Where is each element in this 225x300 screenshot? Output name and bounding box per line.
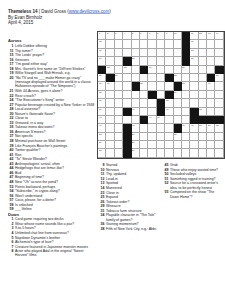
grid-cell [199, 133, 207, 141]
cell-number: 26 [99, 74, 102, 76]
grid-cell: 40 [132, 108, 140, 116]
title-close-paren: ) [109, 9, 111, 14]
grid-cell: 14 [215, 32, 223, 40]
grid-cell [174, 116, 182, 124]
grid-cell [157, 149, 165, 157]
grid-cell [215, 82, 223, 90]
clue-item: 8Actor who played Adal in the original "… [8, 249, 96, 258]
across-clue-column: Across 1Little Debbie offering11Thy tame… [8, 37, 96, 297]
grid-cell [199, 49, 207, 57]
cell-number: 28 [174, 74, 177, 76]
clue-item: 20"No TV and no ___ make Homer go crazy"… [8, 76, 96, 89]
cell-number: 29 [216, 74, 219, 76]
grid-cell [157, 91, 165, 99]
cell-number: 14 [216, 32, 219, 34]
grid-cell [115, 99, 123, 107]
grid-cell [207, 108, 215, 116]
grid-cell [207, 91, 215, 99]
grid-cell: 27 [115, 74, 123, 82]
clue-text: Playable character in "The Tale" family … [106, 213, 159, 222]
grid-cell [182, 99, 190, 107]
cell-number: 7 [149, 32, 150, 34]
grid-cell [199, 57, 207, 65]
grid-cell [106, 40, 114, 48]
down-header: Down [8, 212, 96, 216]
grid-cell: 59 [132, 149, 140, 157]
grid-cell: 33 [182, 82, 190, 90]
clue-text: "No TV and no ___ make Homer go crazy" (… [15, 76, 96, 89]
grid-cell: 23 [123, 66, 131, 74]
cell-number: 56 [99, 141, 102, 143]
grid-cell [174, 66, 182, 74]
cell-number: 2 [107, 32, 108, 34]
grid-cell [207, 99, 215, 107]
grid-cell [148, 108, 156, 116]
grid-cell [174, 49, 182, 57]
black-cell [123, 108, 131, 116]
down-clue-column-right: 45Grab49Those who enjoy wasted time?50Se… [163, 163, 223, 297]
crossword-grid: 1234567891011121314151617181920212223242… [97, 31, 225, 159]
grid-cell [106, 141, 114, 149]
grid-cell [115, 149, 123, 157]
clue-text: Source for a crossword writer's idea, to… [170, 181, 223, 190]
grid-cell: 48 [182, 124, 190, 132]
grid-cell [165, 149, 173, 157]
grid-cell [115, 82, 123, 90]
black-cell [165, 74, 173, 82]
down-clue-column-middle: 9Started10Nervous11Thy, updated12Lead-in… [99, 163, 159, 297]
cell-number: 55 [174, 133, 177, 135]
cell-number: 44 [149, 116, 152, 118]
grid-cell [148, 82, 156, 90]
black-cell [182, 40, 190, 48]
cell-number: 53 [99, 133, 102, 135]
grid-cell [157, 57, 165, 65]
grid-cell [140, 149, 148, 157]
grid-cell [132, 49, 140, 57]
grid-cell: 35 [98, 91, 106, 99]
cell-number: 15 [99, 40, 102, 42]
grid-cell [190, 91, 198, 99]
grid-cell [199, 66, 207, 74]
grid-cell [123, 40, 131, 48]
grid-cell [123, 74, 131, 82]
grid-cell: 50 [199, 124, 207, 132]
clue-number: 34 [99, 213, 106, 222]
grid-cell [199, 74, 207, 82]
black-cell [182, 32, 190, 40]
cell-number: 48 [182, 124, 185, 126]
cell-number: 13 [208, 32, 211, 34]
clue-number: 20 [8, 76, 15, 89]
grid-cell [157, 49, 165, 57]
cell-number: 12 [199, 32, 202, 34]
grid-cell: 6 [140, 32, 148, 40]
grid-cell [123, 91, 131, 99]
grid-cell [148, 99, 156, 107]
grid-cell [199, 91, 207, 99]
grid-cell [115, 57, 123, 65]
grid-cell [174, 149, 182, 157]
black-cell [165, 91, 173, 99]
cell-number: 57 [132, 141, 135, 143]
cell-number: 58 [99, 149, 102, 151]
grid-cell [157, 66, 165, 74]
clue-number: 8 [8, 249, 15, 258]
grid-cell [190, 141, 198, 149]
grid-cell: 4 [123, 32, 131, 40]
grid-cell: 34 [207, 82, 215, 90]
clue-text: Competed on the show "The Dawn Home"? [170, 190, 223, 199]
clue-number: 59 [8, 207, 15, 211]
crossword-page: Themeless 14 | David Gross (www.devilcro… [0, 0, 225, 300]
grid-cell [148, 141, 156, 149]
grid-cell [199, 82, 207, 90]
grid-cell: 54 [132, 133, 140, 141]
grid-cell [148, 40, 156, 48]
devilcross-link[interactable]: www.devilcross.com [69, 9, 110, 14]
grid-cell [140, 99, 148, 107]
grid-cell [123, 82, 131, 90]
down-list-start: 1Card game requiring two decks2Wear whos… [8, 217, 96, 257]
grid-cell [190, 66, 198, 74]
grid-cell: 52 [215, 124, 223, 132]
black-cell [140, 116, 148, 124]
cell-number: 33 [182, 82, 185, 84]
black-cell [123, 124, 131, 132]
grid-cell [207, 57, 215, 65]
grid-cell: 41 [165, 108, 173, 116]
grid-cell [148, 74, 156, 82]
grid-cell [165, 49, 173, 57]
grid-cell: 58 [98, 149, 106, 157]
grid-cell [115, 91, 123, 99]
grid-cell [140, 141, 148, 149]
grid-cell [215, 108, 223, 116]
grid-cell [115, 66, 123, 74]
cell-number: 37 [99, 99, 102, 101]
black-cell [174, 124, 182, 132]
grid-cell [182, 108, 190, 116]
cell-number: 50 [199, 124, 202, 126]
grid-cell [165, 40, 173, 48]
clue-item: 34Playable character in "The Tale" famil… [99, 213, 159, 222]
cell-number: 16 [191, 40, 194, 42]
grid-cell [207, 141, 215, 149]
black-cell [157, 108, 165, 116]
cell-number: 9 [166, 32, 167, 34]
grid-cell [106, 124, 114, 132]
grid-cell [106, 116, 114, 124]
grid-cell [199, 40, 207, 48]
clue-number: 52 [163, 181, 170, 190]
grid-cell: 10 [174, 32, 182, 40]
grid-cell [106, 149, 114, 157]
grid-cell [106, 99, 114, 107]
grid-cell [140, 40, 148, 48]
black-cell [182, 57, 190, 65]
cell-number: 19 [99, 57, 102, 59]
grid-cell [190, 99, 198, 107]
grid-cell [165, 66, 173, 74]
cell-number: 39 [99, 108, 102, 110]
cell-number: 4 [124, 32, 125, 34]
grid-cell: 7 [148, 32, 156, 40]
black-cell [148, 91, 156, 99]
grid-cell [115, 49, 123, 57]
grid-cell: 16 [190, 40, 198, 48]
grid-cell: 46 [98, 124, 106, 132]
black-cell [123, 141, 131, 149]
grid-cell: 49 [190, 124, 198, 132]
cell-number: 43 [99, 116, 102, 118]
cell-number: 51 [208, 124, 211, 126]
grid-cell: 45 [157, 116, 165, 124]
grid-cell: 13 [207, 32, 215, 40]
cell-number: 38 [166, 99, 169, 101]
cell-number: 8 [157, 32, 158, 34]
cell-number: 59 [132, 149, 135, 151]
cell-number: 45 [157, 116, 160, 118]
grid-cell [174, 40, 182, 48]
grid-cell [207, 66, 215, 74]
down-list-end: 45Grab49Those who enjoy wasted time?50Se… [163, 163, 223, 199]
grid-cell [140, 49, 148, 57]
grid-cell [215, 91, 223, 99]
cell-number: 49 [191, 124, 194, 126]
grid-cell [207, 133, 215, 141]
grid-cell [215, 57, 223, 65]
grid-cell: 21 [190, 57, 198, 65]
black-cell [132, 82, 140, 90]
grid-cell: 55 [174, 133, 182, 141]
cell-number: 6 [140, 32, 141, 34]
black-cell [182, 49, 190, 57]
cell-number: 18 [191, 49, 194, 51]
cell-number: 36 [174, 91, 177, 93]
grid-cell [132, 74, 140, 82]
black-cell [157, 99, 165, 107]
grid-cell: 25 [182, 66, 190, 74]
grid-cell [215, 133, 223, 141]
clue-text: Fifth of New York City, e.g.: Abbr. [106, 226, 159, 230]
cell-number: 17 [99, 49, 102, 51]
grid-cell: 53 [98, 133, 106, 141]
grid-cell [148, 49, 156, 57]
grid-cell: 47 [132, 124, 140, 132]
grid-cell [115, 116, 123, 124]
black-cell [123, 133, 131, 141]
grid-cell: 37 [98, 99, 106, 107]
grid-cell [132, 40, 140, 48]
grid-cell [106, 91, 114, 99]
cell-number: 46 [99, 124, 102, 126]
grid-cell [106, 57, 114, 65]
clue-text: ___ lifeline [15, 207, 96, 211]
grid-cell [140, 57, 148, 65]
grid-cell [199, 149, 207, 157]
grid-cell [207, 49, 215, 57]
grid-cell [207, 149, 215, 157]
grid-cell [165, 116, 173, 124]
grid-cell [182, 91, 190, 99]
grid-cell: 39 [98, 108, 106, 116]
grid-cell [157, 133, 165, 141]
grid-cell: 44 [148, 116, 156, 124]
black-cell [190, 108, 198, 116]
black-cell [123, 149, 131, 157]
cell-number: 35 [99, 91, 102, 93]
cell-number: 11 [191, 32, 193, 34]
grid-cell: 5 [132, 32, 140, 40]
cell-number: 30 [99, 82, 102, 84]
grid-cell: 19 [98, 57, 106, 65]
grid-cell [115, 124, 123, 132]
grid-cell [115, 40, 123, 48]
grid-cell: 32 [140, 82, 148, 90]
grid-cell [123, 116, 131, 124]
grid-cell [190, 82, 198, 90]
grid-cell: 42 [199, 108, 207, 116]
grid-cell [115, 108, 123, 116]
grid-cell: 3 [115, 32, 123, 40]
across-list: 1Little Debbie offering11Thy tamer?15The… [8, 44, 96, 211]
grid-cell [199, 141, 207, 149]
grid-cell [190, 149, 198, 157]
grid-cell [174, 108, 182, 116]
grid-cell [182, 133, 190, 141]
grid-cell [174, 57, 182, 65]
grid-cell: 20 [132, 57, 140, 65]
cell-number: 42 [199, 108, 202, 110]
black-cell [174, 82, 182, 90]
grid-cell [157, 141, 165, 149]
grid-cell [157, 40, 165, 48]
cell-number: 1 [99, 32, 100, 34]
clue-item: 55Competed on the show "The Dawn Home"? [163, 190, 223, 199]
clue-text: Actor who played Adal in the original "S… [15, 249, 96, 258]
grid-cell [190, 133, 198, 141]
grid-cell [115, 133, 123, 141]
grid-cell [174, 141, 182, 149]
grid-cell: 12 [199, 32, 207, 40]
cell-number: 21 [191, 57, 194, 59]
cell-number: 10 [174, 32, 177, 34]
grid-cell [157, 124, 165, 132]
grid-cell: 17 [98, 49, 106, 57]
grid-cell [157, 82, 165, 90]
grid-cell [215, 141, 223, 149]
grid-cell [140, 133, 148, 141]
cell-number: 5 [132, 32, 133, 34]
grid-cell [123, 49, 131, 57]
grid-cell [148, 133, 156, 141]
grid-cell [115, 141, 123, 149]
grid-cell [190, 74, 198, 82]
grid-cell: 36 [174, 91, 182, 99]
across-header: Across [8, 39, 96, 43]
grid-cell [140, 91, 148, 99]
cell-number: 34 [208, 82, 211, 84]
down-list-middle: 9Started10Nervous11Thy, updated12Lead-in… [99, 163, 159, 231]
cell-number: 52 [216, 124, 219, 126]
grid-cell [199, 99, 207, 107]
grid-cell: 51 [207, 124, 215, 132]
grid-cell [148, 124, 156, 132]
grid-cell: 2 [106, 32, 114, 40]
cell-number: 25 [182, 66, 185, 68]
grid-cell [174, 99, 182, 107]
cell-number: 23 [124, 66, 127, 68]
cell-number: 31 [107, 82, 110, 84]
cell-number: 20 [132, 57, 135, 59]
grid-cell: 15 [98, 40, 106, 48]
clue-number: 55 [163, 190, 170, 199]
grid-cell: 38 [165, 99, 173, 107]
cell-number: 47 [132, 124, 135, 126]
grid-cell [215, 49, 223, 57]
grid-cell: 8 [157, 32, 165, 40]
grid-cell [157, 74, 165, 82]
grid-cell [182, 141, 190, 149]
cell-number: 27 [115, 74, 118, 76]
grid-cell: 22 [106, 66, 114, 74]
cell-number: 41 [166, 108, 169, 110]
grid-cell: 18 [190, 49, 198, 57]
grid-cell [140, 124, 148, 132]
grid-cell [207, 40, 215, 48]
constructor-name: David Gross ( [41, 9, 69, 14]
grid-cell [165, 124, 173, 132]
grid-cell [106, 108, 114, 116]
grid-cell [215, 149, 223, 157]
cell-number: 32 [140, 82, 143, 84]
clue-item: 59___ lifeline [8, 207, 96, 211]
grid-cell [182, 149, 190, 157]
grid-cell [215, 99, 223, 107]
cell-number: 40 [132, 108, 135, 110]
grid-cell [123, 99, 131, 107]
grid-cell: 29 [215, 74, 223, 82]
grid-cell: 30 [98, 82, 106, 90]
grid-cell [132, 66, 140, 74]
black-cell [98, 66, 106, 74]
grid-cell [106, 49, 114, 57]
grid-cell: 28 [174, 74, 182, 82]
title-block: Themeless 14 | David Gross (www.devilcro… [8, 9, 218, 26]
clue-item: 52Source for a crossword writer's idea, … [163, 181, 223, 190]
grid-cell [132, 91, 140, 99]
grid-cell [165, 133, 173, 141]
clue-number: 38 [99, 226, 106, 230]
grid-cell [165, 57, 173, 65]
grid-cell [132, 99, 140, 107]
puzzle-title: Themeless 14 [8, 9, 38, 14]
grid-cell [165, 82, 173, 90]
puzzle-date: April 4, 2015 [8, 20, 218, 26]
grid-cell [140, 108, 148, 116]
grid-cell: 24 [148, 66, 156, 74]
grid-cell [165, 141, 173, 149]
grid-cell [148, 57, 156, 65]
clue-item: 38Fifth of New York City, e.g.: Abbr. [99, 226, 159, 230]
grid-cell [148, 149, 156, 157]
cell-number: 54 [132, 133, 135, 135]
black-cell [140, 66, 148, 74]
cell-number: 24 [149, 66, 152, 68]
grid-cell [215, 40, 223, 48]
grid-cell: 31 [106, 82, 114, 90]
